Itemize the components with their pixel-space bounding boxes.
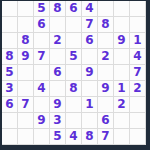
sudoku-cell-r5c4[interactable]: 6 xyxy=(50,65,66,81)
sudoku-cell-r4c1[interactable]: 8 xyxy=(2,49,18,65)
sudoku-cell-r2c7[interactable]: 8 xyxy=(98,17,114,33)
sudoku-cell-r2c5[interactable] xyxy=(66,17,82,33)
sudoku-cell-r5c9[interactable]: 7 xyxy=(130,65,146,81)
sudoku-cell-r2c9[interactable] xyxy=(130,17,146,33)
sudoku-cell-r1c3[interactable]: 5 xyxy=(34,1,50,17)
sudoku-cell-r1c7[interactable] xyxy=(98,1,114,17)
sudoku-cell-r8c4[interactable]: 3 xyxy=(50,113,66,129)
sudoku-cell-r9c4[interactable]: 5 xyxy=(50,129,66,145)
sudoku-cell-r8c3[interactable]: 9 xyxy=(34,113,50,129)
sudoku-cell-r4c8[interactable] xyxy=(114,49,130,65)
sudoku-cell-r6c8[interactable]: 1 xyxy=(114,81,130,97)
sudoku-cell-r8c9[interactable] xyxy=(130,113,146,129)
sudoku-cell-r9c1[interactable] xyxy=(2,129,18,145)
sudoku-cell-r3c6[interactable]: 6 xyxy=(82,33,98,49)
sudoku-cell-r4c9[interactable]: 4 xyxy=(130,49,146,65)
sudoku-cell-r1c1[interactable] xyxy=(2,1,18,17)
sudoku-cell-r6c5[interactable]: 8 xyxy=(66,81,82,97)
sudoku-cell-r5c8[interactable] xyxy=(114,65,130,81)
sudoku-cell-r2c4[interactable] xyxy=(50,17,66,33)
sudoku-cell-r2c8[interactable] xyxy=(114,17,130,33)
sudoku-cell-r7c6[interactable]: 1 xyxy=(82,97,98,113)
sudoku-cell-r5c5[interactable] xyxy=(66,65,82,81)
sudoku-cell-r3c2[interactable]: 8 xyxy=(18,33,34,49)
sudoku-cell-r8c2[interactable] xyxy=(18,113,34,129)
sudoku-cell-r9c5[interactable]: 4 xyxy=(66,129,82,145)
sudoku-cell-r6c1[interactable]: 3 xyxy=(2,81,18,97)
sudoku-cell-r6c3[interactable]: 4 xyxy=(34,81,50,97)
sudoku-cell-r9c6[interactable]: 8 xyxy=(82,129,98,145)
sudoku-cell-r4c6[interactable] xyxy=(82,49,98,65)
sudoku-cell-r9c2[interactable] xyxy=(18,129,34,145)
sudoku-cell-r5c3[interactable] xyxy=(34,65,50,81)
sudoku-board: 5864678826918975245697348912679129365487 xyxy=(2,1,146,145)
sudoku-cell-r9c8[interactable] xyxy=(114,129,130,145)
sudoku-cell-r9c3[interactable] xyxy=(34,129,50,145)
sudoku-cell-r1c5[interactable]: 6 xyxy=(66,1,82,17)
sudoku-cell-r5c1[interactable]: 5 xyxy=(2,65,18,81)
sudoku-cell-r1c6[interactable]: 4 xyxy=(82,1,98,17)
sudoku-cell-r4c7[interactable]: 2 xyxy=(98,49,114,65)
sudoku-cell-r5c7[interactable] xyxy=(98,65,114,81)
sudoku-cell-r4c2[interactable]: 9 xyxy=(18,49,34,65)
sudoku-cell-r4c5[interactable]: 5 xyxy=(66,49,82,65)
sudoku-cell-r4c3[interactable]: 7 xyxy=(34,49,50,65)
sudoku-cell-r9c9[interactable] xyxy=(130,129,146,145)
sudoku-cell-r6c7[interactable]: 9 xyxy=(98,81,114,97)
sudoku-cell-r7c9[interactable] xyxy=(130,97,146,113)
sudoku-cell-r1c4[interactable]: 8 xyxy=(50,1,66,17)
sudoku-cell-r5c2[interactable] xyxy=(18,65,34,81)
sudoku-cell-r3c9[interactable]: 1 xyxy=(130,33,146,49)
sudoku-cell-r6c9[interactable]: 2 xyxy=(130,81,146,97)
sudoku-cell-r3c5[interactable] xyxy=(66,33,82,49)
sudoku-cell-r2c1[interactable] xyxy=(2,17,18,33)
sudoku-cell-r1c8[interactable] xyxy=(114,1,130,17)
sudoku-cell-r8c1[interactable] xyxy=(2,113,18,129)
sudoku-cell-r7c4[interactable]: 9 xyxy=(50,97,66,113)
sudoku-cell-r3c1[interactable] xyxy=(2,33,18,49)
sudoku-cell-r2c3[interactable]: 6 xyxy=(34,17,50,33)
sudoku-cell-r8c8[interactable] xyxy=(114,113,130,129)
sudoku-cell-r8c6[interactable] xyxy=(82,113,98,129)
sudoku-cell-r3c3[interactable] xyxy=(34,33,50,49)
sudoku-cell-r2c6[interactable]: 7 xyxy=(82,17,98,33)
sudoku-cell-r3c8[interactable]: 9 xyxy=(114,33,130,49)
sudoku-cell-r7c8[interactable]: 2 xyxy=(114,97,130,113)
sudoku-cell-r6c6[interactable] xyxy=(82,81,98,97)
sudoku-cell-r8c5[interactable] xyxy=(66,113,82,129)
sudoku-grid: 5864678826918975245697348912679129365487 xyxy=(2,1,146,145)
sudoku-cell-r7c7[interactable] xyxy=(98,97,114,113)
sudoku-app: 5864678826918975245697348912679129365487 xyxy=(0,0,150,150)
sudoku-cell-r1c9[interactable] xyxy=(130,1,146,17)
sudoku-cell-r3c4[interactable]: 2 xyxy=(50,33,66,49)
sudoku-cell-r3c7[interactable] xyxy=(98,33,114,49)
sudoku-cell-r7c2[interactable]: 7 xyxy=(18,97,34,113)
sudoku-cell-r1c2[interactable] xyxy=(18,1,34,17)
sudoku-cell-r5c6[interactable]: 9 xyxy=(82,65,98,81)
sudoku-cell-r7c1[interactable]: 6 xyxy=(2,97,18,113)
sudoku-cell-r9c7[interactable]: 7 xyxy=(98,129,114,145)
sudoku-cell-r8c7[interactable]: 6 xyxy=(98,113,114,129)
sudoku-cell-r6c4[interactable] xyxy=(50,81,66,97)
sudoku-cell-r4c4[interactable] xyxy=(50,49,66,65)
sudoku-cell-r6c2[interactable] xyxy=(18,81,34,97)
sudoku-cell-r7c5[interactable] xyxy=(66,97,82,113)
sudoku-cell-r7c3[interactable] xyxy=(34,97,50,113)
sudoku-cell-r2c2[interactable] xyxy=(18,17,34,33)
